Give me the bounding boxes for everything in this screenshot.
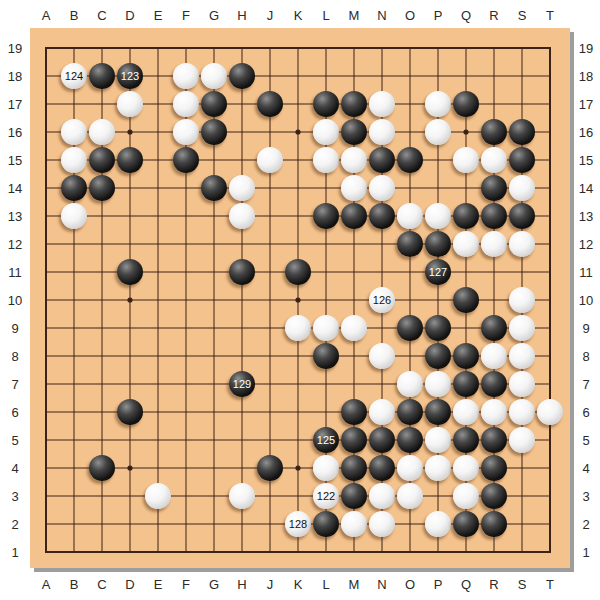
white-stone-P16[interactable] [425,119,451,145]
star-point [295,129,300,134]
row-label-right-11: 11 [579,265,593,280]
col-label-top-T: T [546,8,554,23]
black-stone-S13[interactable] [509,203,535,229]
white-stone-L4[interactable] [313,455,339,481]
col-label-top-M: M [349,8,360,23]
move-number: 123 [121,71,139,82]
row-label-left-15: 15 [8,153,22,168]
white-stone-R15[interactable] [481,147,507,173]
white-stone-J15[interactable] [257,147,283,173]
white-stone-L3[interactable]: 122 [313,483,339,509]
black-stone-R9[interactable] [481,315,507,341]
white-stone-P7[interactable] [425,371,451,397]
col-label-top-J: J [267,8,274,23]
white-stone-Q4[interactable] [453,455,479,481]
row-label-left-7: 7 [11,377,18,392]
row-label-left-12: 12 [8,237,22,252]
col-label-top-K: K [294,8,303,23]
row-label-right-17: 17 [579,97,593,112]
black-stone-R13[interactable] [481,203,507,229]
black-stone-O9[interactable] [397,315,423,341]
black-stone-D6[interactable] [117,399,143,425]
black-stone-J4[interactable] [257,455,283,481]
col-label-bottom-R: R [489,577,498,592]
row-label-left-18: 18 [8,69,22,84]
black-stone-L5[interactable]: 125 [313,427,339,453]
white-stone-B15[interactable] [61,147,87,173]
row-label-left-9: 9 [11,321,18,336]
white-stone-S12[interactable] [509,231,535,257]
col-label-bottom-J: J [267,577,274,592]
black-stone-F15[interactable] [173,147,199,173]
row-label-right-8: 8 [582,349,589,364]
white-stone-R8[interactable] [481,343,507,369]
white-stone-O13[interactable] [397,203,423,229]
row-label-right-6: 6 [582,405,589,420]
white-stone-B18[interactable]: 124 [61,63,87,89]
white-stone-M9[interactable] [341,315,367,341]
star-point [463,129,468,134]
black-stone-O15[interactable] [397,147,423,173]
col-label-bottom-K: K [294,577,303,592]
black-stone-P11[interactable]: 127 [425,259,451,285]
col-label-top-O: O [405,8,415,23]
row-label-right-16: 16 [579,125,593,140]
white-stone-S8[interactable] [509,343,535,369]
col-label-top-F: F [182,8,190,23]
black-stone-P8[interactable] [425,343,451,369]
white-stone-P13[interactable] [425,203,451,229]
row-label-right-12: 12 [579,237,593,252]
black-stone-P12[interactable] [425,231,451,257]
col-label-bottom-G: G [209,577,219,592]
white-stone-O7[interactable] [397,371,423,397]
row-label-left-3: 3 [11,489,18,504]
black-stone-Q8[interactable] [453,343,479,369]
black-stone-K11[interactable] [285,259,311,285]
black-stone-M3[interactable] [341,483,367,509]
row-label-right-2: 2 [582,517,589,532]
black-stone-Q5[interactable] [453,427,479,453]
black-stone-R16[interactable] [481,119,507,145]
row-label-left-17: 17 [8,97,22,112]
col-label-top-B: B [70,8,79,23]
move-number: 124 [65,71,83,82]
white-stone-P4[interactable] [425,455,451,481]
row-label-left-2: 2 [11,517,18,532]
white-stone-Q3[interactable] [453,483,479,509]
star-point [127,465,132,470]
col-label-top-D: D [125,8,134,23]
white-stone-H3[interactable] [229,483,255,509]
row-label-right-14: 14 [579,181,593,196]
col-label-top-C: C [97,8,106,23]
black-stone-R5[interactable] [481,427,507,453]
row-label-left-8: 8 [11,349,18,364]
star-point [127,297,132,302]
black-stone-Q2[interactable] [453,511,479,537]
col-label-top-G: G [209,8,219,23]
col-label-bottom-L: L [322,577,329,592]
white-stone-N2[interactable] [369,511,395,537]
move-number: 122 [317,491,335,502]
white-stone-L15[interactable] [313,147,339,173]
col-label-top-N: N [377,8,386,23]
black-stone-O5[interactable] [397,427,423,453]
white-stone-Q12[interactable] [453,231,479,257]
black-stone-D11[interactable] [117,259,143,285]
col-label-top-E: E [154,8,163,23]
col-label-top-P: P [434,8,443,23]
black-stone-Q17[interactable] [453,91,479,117]
star-point [295,465,300,470]
black-stone-J17[interactable] [257,91,283,117]
black-stone-H18[interactable] [229,63,255,89]
black-stone-M16[interactable] [341,119,367,145]
black-stone-G14[interactable] [201,175,227,201]
white-stone-H14[interactable] [229,175,255,201]
white-stone-N3[interactable] [369,483,395,509]
white-stone-S5[interactable] [509,427,535,453]
white-stone-N6[interactable] [369,399,395,425]
go-board[interactable]: 124123127126129125122128 [30,28,570,568]
row-label-right-15: 15 [579,153,593,168]
col-label-bottom-P: P [434,577,443,592]
row-label-left-5: 5 [11,433,18,448]
col-label-bottom-C: C [97,577,106,592]
row-label-right-19: 19 [579,41,593,56]
black-stone-R14[interactable] [481,175,507,201]
black-stone-S15[interactable] [509,147,535,173]
black-stone-L17[interactable] [313,91,339,117]
col-label-bottom-O: O [405,577,415,592]
white-stone-E3[interactable] [145,483,171,509]
white-stone-H13[interactable] [229,203,255,229]
white-stone-P2[interactable] [425,511,451,537]
black-stone-S16[interactable] [509,119,535,145]
star-point [295,297,300,302]
col-label-top-R: R [489,8,498,23]
white-stone-N8[interactable] [369,343,395,369]
black-stone-M17[interactable] [341,91,367,117]
col-label-bottom-T: T [546,577,554,592]
black-stone-R3[interactable] [481,483,507,509]
go-game-viewer: AABBCCDDEEFFGGHHJJKKLLMMNNOOPPQQRRSSTT19… [0,0,600,600]
row-label-left-16: 16 [8,125,22,140]
black-stone-L2[interactable] [313,511,339,537]
move-number: 128 [289,519,307,530]
move-number: 127 [429,267,447,278]
row-label-left-4: 4 [11,461,18,476]
row-label-right-9: 9 [582,321,589,336]
white-stone-N16[interactable] [369,119,395,145]
white-stone-S9[interactable] [509,315,535,341]
move-number: 129 [233,379,251,390]
white-stone-R12[interactable] [481,231,507,257]
white-stone-R6[interactable] [481,399,507,425]
col-label-top-S: S [518,8,527,23]
white-stone-G18[interactable] [201,63,227,89]
black-stone-R4[interactable] [481,455,507,481]
white-stone-T6[interactable] [537,399,563,425]
col-label-top-Q: Q [461,8,471,23]
col-label-bottom-E: E [154,577,163,592]
col-label-bottom-Q: Q [461,577,471,592]
black-stone-M4[interactable] [341,455,367,481]
black-stone-R2[interactable] [481,511,507,537]
white-stone-S6[interactable] [509,399,535,425]
col-label-bottom-S: S [518,577,527,592]
white-stone-N17[interactable] [369,91,395,117]
black-stone-C18[interactable] [89,63,115,89]
col-label-top-H: H [237,8,246,23]
black-stone-D18[interactable]: 123 [117,63,143,89]
black-stone-M13[interactable] [341,203,367,229]
black-stone-H7[interactable]: 129 [229,371,255,397]
white-stone-N14[interactable] [369,175,395,201]
row-label-right-13: 13 [579,209,593,224]
white-stone-K9[interactable] [285,315,311,341]
white-stone-P5[interactable] [425,427,451,453]
col-label-top-L: L [322,8,329,23]
white-stone-M2[interactable] [341,511,367,537]
white-stone-M14[interactable] [341,175,367,201]
black-stone-N13[interactable] [369,203,395,229]
black-stone-R7[interactable] [481,371,507,397]
col-label-bottom-F: F [182,577,190,592]
row-label-left-19: 19 [8,41,22,56]
row-label-right-7: 7 [582,377,589,392]
white-stone-S10[interactable] [509,287,535,313]
black-stone-P6[interactable] [425,399,451,425]
black-stone-Q7[interactable] [453,371,479,397]
black-stone-L13[interactable] [313,203,339,229]
move-number: 126 [373,295,391,306]
black-stone-N4[interactable] [369,455,395,481]
row-label-left-11: 11 [8,265,22,280]
black-stone-Q13[interactable] [453,203,479,229]
black-stone-Q10[interactable] [453,287,479,313]
white-stone-P17[interactable] [425,91,451,117]
col-label-bottom-A: A [42,577,51,592]
black-stone-C4[interactable] [89,455,115,481]
white-stone-S7[interactable] [509,371,535,397]
row-label-left-1: 1 [11,545,18,560]
black-stone-C15[interactable] [89,147,115,173]
row-label-right-1: 1 [582,545,589,560]
black-stone-N5[interactable] [369,427,395,453]
white-stone-N10[interactable]: 126 [369,287,395,313]
white-stone-F18[interactable] [173,63,199,89]
white-stone-B13[interactable] [61,203,87,229]
col-label-bottom-H: H [237,577,246,592]
white-stone-D17[interactable] [117,91,143,117]
row-label-right-10: 10 [579,293,593,308]
white-stone-F16[interactable] [173,119,199,145]
row-label-right-18: 18 [579,69,593,84]
black-stone-G16[interactable] [201,119,227,145]
white-stone-F17[interactable] [173,91,199,117]
row-label-left-6: 6 [11,405,18,420]
white-stone-Q6[interactable] [453,399,479,425]
row-label-right-3: 3 [582,489,589,504]
white-stone-L16[interactable] [313,119,339,145]
row-label-left-13: 13 [8,209,22,224]
white-stone-B16[interactable] [61,119,87,145]
black-stone-G17[interactable] [201,91,227,117]
white-stone-O4[interactable] [397,455,423,481]
col-label-bottom-D: D [125,577,134,592]
black-stone-M6[interactable] [341,399,367,425]
white-stone-C16[interactable] [89,119,115,145]
black-stone-P9[interactable] [425,315,451,341]
black-stone-M5[interactable] [341,427,367,453]
black-stone-O6[interactable] [397,399,423,425]
white-stone-L9[interactable] [313,315,339,341]
col-label-top-A: A [42,8,51,23]
col-label-bottom-N: N [377,577,386,592]
black-stone-N15[interactable] [369,147,395,173]
black-stone-C14[interactable] [89,175,115,201]
white-stone-Q15[interactable] [453,147,479,173]
col-label-bottom-M: M [349,577,360,592]
row-label-right-4: 4 [582,461,589,476]
white-stone-K2[interactable]: 128 [285,511,311,537]
row-label-left-14: 14 [8,181,22,196]
black-stone-L8[interactable] [313,343,339,369]
row-label-right-5: 5 [582,433,589,448]
white-stone-O3[interactable] [397,483,423,509]
black-stone-O12[interactable] [397,231,423,257]
white-stone-S14[interactable] [509,175,535,201]
col-label-bottom-B: B [70,577,79,592]
white-stone-M15[interactable] [341,147,367,173]
black-stone-B14[interactable] [61,175,87,201]
black-stone-D15[interactable] [117,147,143,173]
star-point [127,129,132,134]
row-label-left-10: 10 [8,293,22,308]
move-number: 125 [317,435,335,446]
black-stone-H11[interactable] [229,259,255,285]
